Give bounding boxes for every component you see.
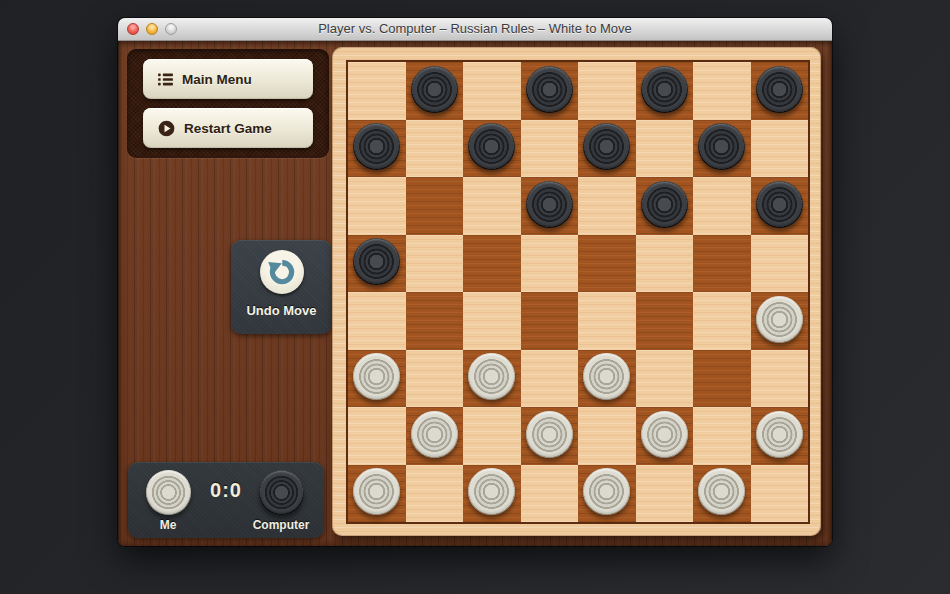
window-content: Main Menu Restart Game Undo Move: [118, 41, 832, 546]
black-checker-g7[interactable]: [698, 123, 745, 170]
square-g7[interactable]: [693, 120, 751, 178]
square-f8[interactable]: [636, 62, 694, 120]
square-f7: [636, 120, 694, 178]
white-checker-e3[interactable]: [583, 353, 630, 400]
black-checker-d6[interactable]: [526, 181, 573, 228]
square-g8: [693, 62, 751, 120]
square-d5: [521, 235, 579, 293]
square-a6: [348, 177, 406, 235]
square-d3: [521, 350, 579, 408]
board-frame: [332, 47, 821, 536]
black-checker-a5[interactable]: [353, 238, 400, 285]
black-checker-c7[interactable]: [468, 123, 515, 170]
square-g1[interactable]: [693, 465, 751, 523]
square-g2: [693, 407, 751, 465]
white-checker-a3[interactable]: [353, 353, 400, 400]
square-a8: [348, 62, 406, 120]
square-a7[interactable]: [348, 120, 406, 178]
white-checker-d2[interactable]: [526, 411, 573, 458]
black-checker-b8[interactable]: [411, 66, 458, 113]
computer-score-side: Computer: [243, 470, 319, 532]
square-c1[interactable]: [463, 465, 521, 523]
square-b6[interactable]: [406, 177, 464, 235]
square-d1: [521, 465, 579, 523]
square-e6: [578, 177, 636, 235]
app-window: Player vs. Computer – Russian Rules – Wh…: [118, 18, 832, 546]
square-h3: [751, 350, 809, 408]
square-b7: [406, 120, 464, 178]
zoom-button[interactable]: [165, 23, 177, 35]
square-c7[interactable]: [463, 120, 521, 178]
square-f4[interactable]: [636, 292, 694, 350]
square-f3: [636, 350, 694, 408]
square-e5[interactable]: [578, 235, 636, 293]
square-b5: [406, 235, 464, 293]
main-menu-label: Main Menu: [182, 72, 252, 87]
restart-game-label: Restart Game: [184, 121, 272, 136]
minimize-button[interactable]: [146, 23, 158, 35]
undo-move-label: Undo Move: [246, 303, 316, 318]
list-icon: [158, 73, 173, 86]
titlebar[interactable]: Player vs. Computer – Russian Rules – Wh…: [118, 18, 832, 41]
square-f6[interactable]: [636, 177, 694, 235]
square-g6: [693, 177, 751, 235]
square-e2: [578, 407, 636, 465]
square-c3[interactable]: [463, 350, 521, 408]
square-h6[interactable]: [751, 177, 809, 235]
black-checker-a7[interactable]: [353, 123, 400, 170]
square-d8[interactable]: [521, 62, 579, 120]
window-controls: [127, 23, 177, 35]
black-checker-h8[interactable]: [756, 66, 803, 113]
square-a3[interactable]: [348, 350, 406, 408]
square-a4: [348, 292, 406, 350]
square-d6[interactable]: [521, 177, 579, 235]
square-d2[interactable]: [521, 407, 579, 465]
square-a5[interactable]: [348, 235, 406, 293]
white-checker-c3[interactable]: [468, 353, 515, 400]
score-panel: Me 0:0 Computer: [128, 462, 324, 538]
square-g5[interactable]: [693, 235, 751, 293]
play-icon: [158, 120, 175, 137]
black-checker-e7[interactable]: [583, 123, 630, 170]
square-b1: [406, 465, 464, 523]
square-b3: [406, 350, 464, 408]
black-checker-computer: [259, 470, 304, 515]
square-e4: [578, 292, 636, 350]
black-checker-f8[interactable]: [641, 66, 688, 113]
square-b4[interactable]: [406, 292, 464, 350]
square-f5: [636, 235, 694, 293]
square-f1: [636, 465, 694, 523]
square-e1[interactable]: [578, 465, 636, 523]
undo-move-button[interactable]: Undo Move: [231, 240, 332, 334]
white-checker-f2[interactable]: [641, 411, 688, 458]
menu-panel: Main Menu Restart Game: [127, 49, 329, 158]
square-g4: [693, 292, 751, 350]
square-b2[interactable]: [406, 407, 464, 465]
square-d4[interactable]: [521, 292, 579, 350]
square-g3[interactable]: [693, 350, 751, 408]
white-checker-g1[interactable]: [698, 468, 745, 515]
black-checker-h6[interactable]: [756, 181, 803, 228]
square-c2: [463, 407, 521, 465]
square-e3[interactable]: [578, 350, 636, 408]
square-c5[interactable]: [463, 235, 521, 293]
player-label: Me: [160, 518, 177, 532]
computer-label: Computer: [253, 518, 310, 532]
square-c8: [463, 62, 521, 120]
close-button[interactable]: [127, 23, 139, 35]
square-e8: [578, 62, 636, 120]
square-h1: [751, 465, 809, 523]
square-h8[interactable]: [751, 62, 809, 120]
white-checker-a1[interactable]: [353, 468, 400, 515]
black-checker-d8[interactable]: [526, 66, 573, 113]
square-h4[interactable]: [751, 292, 809, 350]
square-e7[interactable]: [578, 120, 636, 178]
white-checker-h2[interactable]: [756, 411, 803, 458]
white-checker-b2[interactable]: [411, 411, 458, 458]
square-h5: [751, 235, 809, 293]
main-menu-button[interactable]: Main Menu: [143, 59, 313, 99]
white-checker-e1[interactable]: [583, 468, 630, 515]
square-h7: [751, 120, 809, 178]
white-checker-c1[interactable]: [468, 468, 515, 515]
undo-icon: [260, 250, 304, 294]
board-grid: [346, 60, 810, 524]
square-b8[interactable]: [406, 62, 464, 120]
restart-game-button[interactable]: Restart Game: [143, 108, 313, 148]
square-c4: [463, 292, 521, 350]
white-checker-h4[interactable]: [756, 296, 803, 343]
square-a2: [348, 407, 406, 465]
black-checker-f6[interactable]: [641, 181, 688, 228]
square-d7: [521, 120, 579, 178]
square-c6: [463, 177, 521, 235]
window-title: Player vs. Computer – Russian Rules – Wh…: [118, 18, 832, 40]
square-a1[interactable]: [348, 465, 406, 523]
square-f2[interactable]: [636, 407, 694, 465]
square-h2[interactable]: [751, 407, 809, 465]
